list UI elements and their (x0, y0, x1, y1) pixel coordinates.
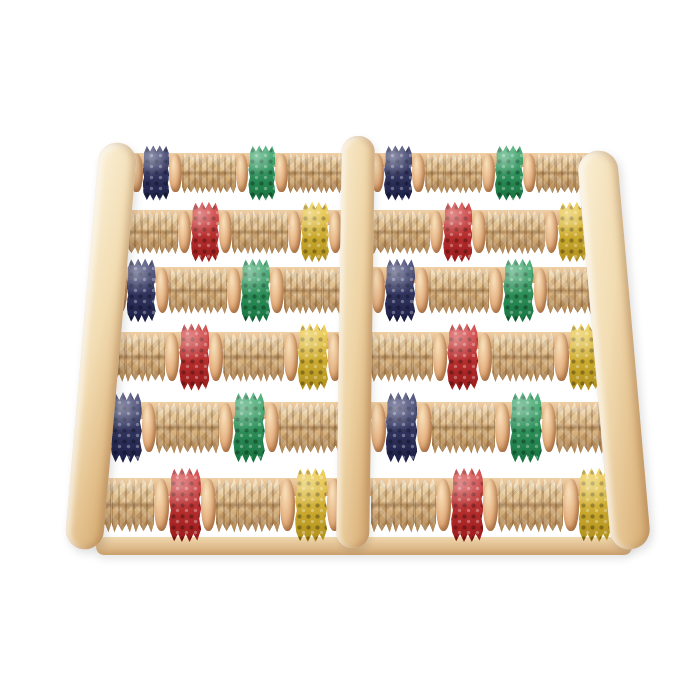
roller-wood (432, 398, 453, 457)
roller-wood (111, 474, 132, 536)
bead-spacer (288, 211, 301, 253)
bead-spacer (412, 154, 425, 193)
bead-spacer (472, 211, 486, 253)
bead-spacer (280, 479, 295, 531)
row-5-right-lane (371, 398, 620, 457)
roller-wood (520, 474, 542, 536)
roller-wood (306, 150, 324, 196)
roller-wood (474, 398, 495, 457)
roller-red (169, 467, 201, 543)
roller-blue (143, 145, 170, 201)
row-2-left-lane (122, 207, 342, 257)
roller-wood (251, 207, 270, 257)
roller-wood (578, 398, 599, 457)
bead-spacer (169, 154, 182, 193)
bead-spacer (227, 268, 241, 313)
bead-spacer (489, 268, 503, 313)
bead-spacer (236, 154, 249, 193)
roller-wood (300, 398, 321, 457)
foot-massage-roller-photo: Wooden abacus-style acupressure foot mas… (0, 0, 700, 700)
roller-wood (269, 207, 288, 257)
roller-wood (444, 150, 463, 196)
roller-red (191, 202, 219, 263)
roller-wood (169, 264, 188, 317)
roller-wood (303, 264, 322, 317)
roller-blue (127, 258, 156, 323)
bead-spacer (275, 154, 288, 193)
roller-wood (218, 150, 236, 196)
bead-spacer (178, 211, 191, 253)
roller-wood (568, 264, 588, 317)
roller-green (248, 145, 275, 201)
roller-wood (244, 329, 264, 385)
bead-spacer (563, 479, 578, 531)
roller-wood (492, 329, 513, 385)
roller-wood (449, 264, 469, 317)
bead-spacer (201, 479, 216, 531)
roller-wood (259, 474, 280, 536)
roller-wood (469, 264, 489, 317)
bead-spacer (433, 333, 447, 380)
roller-wood (232, 207, 251, 257)
row-3-right-lane (371, 264, 608, 317)
roller-yellow (295, 467, 327, 543)
roller-wood (506, 207, 526, 257)
bead-spacer (219, 211, 232, 253)
row-6-left-lane (90, 474, 342, 536)
row-6-right-lane (371, 474, 626, 536)
bead-spacer (478, 333, 492, 380)
roller-wood (125, 329, 145, 385)
bead-spacer (154, 479, 169, 531)
roller-blue (111, 392, 142, 464)
bead-spacer (482, 154, 495, 193)
roller-wood (498, 474, 520, 536)
row-1-right-lane (371, 150, 593, 196)
row-1-left-lane (130, 150, 342, 196)
roller-wood (486, 207, 506, 257)
roller-wood (429, 264, 449, 317)
roller-wood (189, 264, 208, 317)
roller-wood (555, 150, 574, 196)
frame-center-divider (336, 136, 375, 548)
roller-blue (386, 392, 418, 464)
roller-red (451, 467, 483, 543)
roller-wood (198, 398, 219, 457)
row-3-left-lane (113, 264, 342, 317)
bead-spacer (483, 479, 498, 531)
roller-wood (156, 398, 177, 457)
roller-wood (133, 474, 154, 536)
bead-spacer (209, 333, 223, 380)
roller-wood (547, 264, 567, 317)
roller-green (510, 392, 542, 464)
roller-wood (216, 474, 237, 536)
roller-wood (453, 398, 474, 457)
roller-wood (425, 150, 444, 196)
roller-blue (385, 258, 415, 323)
bead-spacer (545, 211, 559, 253)
row-5-left-lane (96, 398, 342, 457)
roller-blue (384, 145, 412, 201)
bead-spacer (165, 333, 179, 380)
roller-wood (284, 264, 303, 317)
roller-wood (223, 329, 243, 385)
roller-red (447, 323, 478, 391)
roller-wood (200, 150, 218, 196)
roller-wood (414, 474, 436, 536)
roller-wood (392, 329, 413, 385)
roller-wood (145, 329, 165, 385)
roller-wood (371, 474, 393, 536)
roller-wood (237, 474, 258, 536)
roller-wood (393, 474, 415, 536)
bead-spacer (542, 403, 557, 453)
roller-green (495, 145, 523, 201)
roller-wood (536, 150, 555, 196)
bead-spacer (219, 403, 234, 453)
roller-wood (371, 207, 391, 257)
bead-spacer (534, 268, 548, 313)
bead-spacer (495, 403, 510, 453)
roller-wood (182, 150, 200, 196)
roller-red (179, 323, 209, 391)
roller-wood (410, 207, 430, 257)
bead-spacer (284, 333, 298, 380)
bead-spacer (270, 268, 284, 313)
roller-green (241, 258, 270, 323)
roller-red (443, 202, 472, 263)
roller-wood (159, 207, 178, 257)
roller-wood (279, 398, 300, 457)
bead-spacer (554, 333, 568, 380)
roller-wood (371, 329, 392, 385)
roller-green (233, 392, 264, 464)
roller-wood (264, 329, 284, 385)
roller-wood (525, 207, 545, 257)
roller-yellow (298, 323, 328, 391)
bead-spacer (371, 268, 385, 313)
roller-wood (324, 150, 342, 196)
row-2-right-lane (371, 207, 601, 257)
bead-spacer (523, 154, 536, 193)
row-4-left-lane (105, 329, 342, 385)
roller-wood (556, 398, 577, 457)
roller-wood (141, 207, 160, 257)
bead-spacer (415, 268, 429, 313)
bead-spacer (436, 479, 451, 531)
roller-yellow (301, 202, 329, 263)
roller-wood (208, 264, 227, 317)
roller-wood (534, 329, 555, 385)
roller-wood (177, 398, 198, 457)
roller-wood (412, 329, 433, 385)
bead-spacer (142, 403, 157, 453)
bead-spacer (417, 403, 432, 453)
roller-wood (542, 474, 564, 536)
bead-spacer (430, 211, 444, 253)
roller-green (503, 258, 533, 323)
bead-spacer (371, 403, 386, 453)
roller-wood (513, 329, 534, 385)
row-4-right-lane (371, 329, 614, 385)
bead-spacer (156, 268, 170, 313)
roller-wood (463, 150, 482, 196)
roller-wood (288, 150, 306, 196)
roller-wood (391, 207, 411, 257)
bead-spacer (265, 403, 280, 453)
